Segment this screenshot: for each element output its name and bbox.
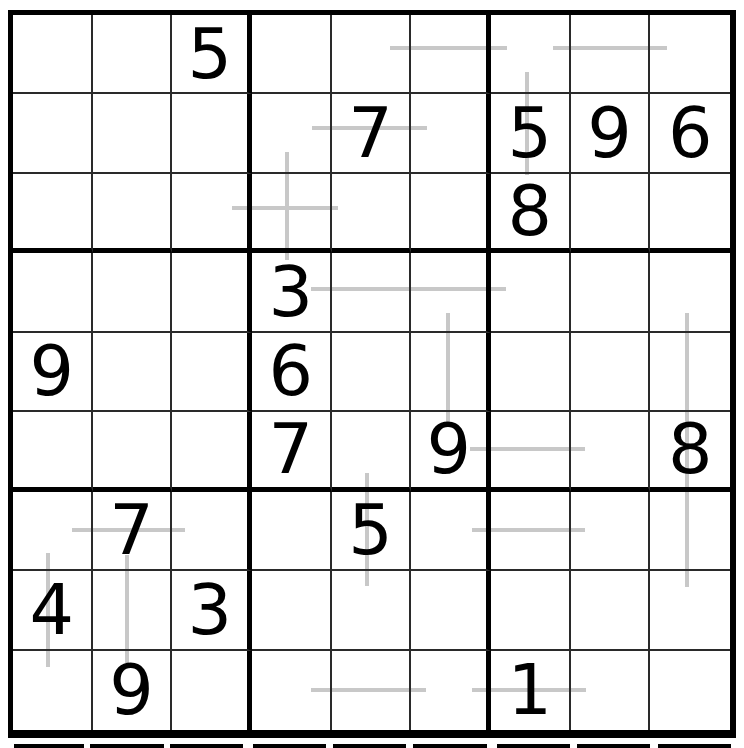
cell-r4c9[interactable] — [650, 253, 730, 332]
cell-r9c6[interactable] — [411, 651, 491, 730]
cell-r7c1[interactable] — [13, 492, 93, 571]
cell-r6c3[interactable] — [172, 412, 252, 491]
cell-r5c9[interactable] — [650, 333, 730, 412]
given-digit: 9 — [587, 98, 632, 168]
crop-artifact-dash — [253, 744, 326, 748]
crop-artifact-dash — [497, 744, 570, 748]
cell-r5c6[interactable] — [411, 333, 491, 412]
crop-artifact-dash — [333, 744, 406, 748]
cell-r1c9[interactable] — [650, 15, 730, 94]
given-digit: 5 — [508, 98, 553, 168]
cell-r3c1[interactable] — [13, 174, 93, 253]
crop-artifact-dash — [14, 744, 84, 748]
cell-r2c9: 6 — [650, 94, 730, 173]
cell-r7c7[interactable] — [491, 492, 571, 571]
cell-r5c3[interactable] — [172, 333, 252, 412]
cell-r3c9[interactable] — [650, 174, 730, 253]
cell-r4c8[interactable] — [571, 253, 651, 332]
cell-r3c4[interactable] — [252, 174, 332, 253]
cell-r6c1[interactable] — [13, 412, 93, 491]
cell-r3c7: 8 — [491, 174, 571, 253]
sudoku-puzzle-image: 575968396798754391 — [0, 0, 744, 748]
given-digit: 9 — [109, 655, 154, 725]
given-digit: 3 — [269, 257, 314, 327]
cell-r6c8[interactable] — [571, 412, 651, 491]
given-digit: 8 — [668, 414, 713, 484]
cell-r4c7[interactable] — [491, 253, 571, 332]
cell-r3c3[interactable] — [172, 174, 252, 253]
given-digit: 1 — [508, 655, 553, 725]
cell-r1c3: 5 — [172, 15, 252, 94]
cell-r6c6: 9 — [411, 412, 491, 491]
crop-artifact-dash — [90, 744, 164, 748]
cell-r2c5: 7 — [332, 94, 412, 173]
cell-r6c7[interactable] — [491, 412, 571, 491]
cell-r4c4: 3 — [252, 253, 332, 332]
cell-r2c4[interactable] — [252, 94, 332, 173]
given-digit: 5 — [187, 19, 232, 89]
given-digit: 9 — [426, 414, 471, 484]
cell-r9c2: 9 — [93, 651, 173, 730]
cell-r7c9[interactable] — [650, 492, 730, 571]
cell-r5c8[interactable] — [571, 333, 651, 412]
given-digit: 7 — [269, 414, 314, 484]
cell-r4c5[interactable] — [332, 253, 412, 332]
cell-r4c3[interactable] — [172, 253, 252, 332]
cell-r9c5[interactable] — [332, 651, 412, 730]
cell-r1c8[interactable] — [571, 15, 651, 94]
cell-r2c3[interactable] — [172, 94, 252, 173]
cell-r6c2[interactable] — [93, 412, 173, 491]
cell-r1c5[interactable] — [332, 15, 412, 94]
cell-r8c8[interactable] — [571, 571, 651, 650]
given-digit: 6 — [269, 336, 314, 406]
cell-r2c7: 5 — [491, 94, 571, 173]
cell-r8c6[interactable] — [411, 571, 491, 650]
cell-r7c5: 5 — [332, 492, 412, 571]
cell-r7c8[interactable] — [571, 492, 651, 571]
cell-r9c8[interactable] — [571, 651, 651, 730]
crop-artifact-dash — [170, 744, 243, 748]
cell-r2c2[interactable] — [93, 94, 173, 173]
given-digit: 5 — [348, 495, 393, 565]
cell-r9c1[interactable] — [13, 651, 93, 730]
cell-r3c2[interactable] — [93, 174, 173, 253]
cell-r6c4: 7 — [252, 412, 332, 491]
given-digit: 9 — [30, 336, 75, 406]
cell-r5c7[interactable] — [491, 333, 571, 412]
cell-r5c1: 9 — [13, 333, 93, 412]
cell-r8c7[interactable] — [491, 571, 571, 650]
crop-artifact-dash — [413, 744, 487, 748]
cell-r5c5[interactable] — [332, 333, 412, 412]
cell-r3c5[interactable] — [332, 174, 412, 253]
cell-r3c6[interactable] — [411, 174, 491, 253]
cell-r3c8[interactable] — [571, 174, 651, 253]
given-digit: 7 — [348, 98, 393, 168]
cell-r1c1[interactable] — [13, 15, 93, 94]
given-digit: 3 — [187, 575, 232, 645]
cell-r6c5[interactable] — [332, 412, 412, 491]
given-digit: 7 — [109, 495, 154, 565]
cell-r1c6[interactable] — [411, 15, 491, 94]
cell-r8c4[interactable] — [252, 571, 332, 650]
cell-r8c9[interactable] — [650, 571, 730, 650]
crop-artifact-dash — [577, 744, 650, 748]
given-digit: 8 — [508, 176, 553, 246]
cell-r4c6[interactable] — [411, 253, 491, 332]
cell-r7c4[interactable] — [252, 492, 332, 571]
cell-r8c5[interactable] — [332, 571, 412, 650]
cell-r9c7: 1 — [491, 651, 571, 730]
cell-r6c9: 8 — [650, 412, 730, 491]
cell-r8c3: 3 — [172, 571, 252, 650]
cell-r4c2[interactable] — [93, 253, 173, 332]
cell-r1c2[interactable] — [93, 15, 173, 94]
cell-r8c2[interactable] — [93, 571, 173, 650]
cell-r2c8: 9 — [571, 94, 651, 173]
cell-r1c7[interactable] — [491, 15, 571, 94]
cell-r7c2: 7 — [93, 492, 173, 571]
cell-r7c3[interactable] — [172, 492, 252, 571]
cell-r5c4: 6 — [252, 333, 332, 412]
cell-r5c2[interactable] — [93, 333, 173, 412]
cell-r9c9[interactable] — [650, 651, 730, 730]
given-digit: 6 — [668, 98, 713, 168]
given-digit: 4 — [30, 575, 75, 645]
cell-r4c1[interactable] — [13, 253, 93, 332]
cell-r7c6[interactable] — [411, 492, 491, 571]
cell-r8c1: 4 — [13, 571, 93, 650]
cell-r1c4[interactable] — [252, 15, 332, 94]
cell-r2c6[interactable] — [411, 94, 491, 173]
crop-artifact-dash — [658, 744, 731, 748]
cell-r9c4[interactable] — [252, 651, 332, 730]
cell-r9c3[interactable] — [172, 651, 252, 730]
sudoku-grid: 575968396798754391 — [8, 10, 736, 738]
cell-r2c1[interactable] — [13, 94, 93, 173]
